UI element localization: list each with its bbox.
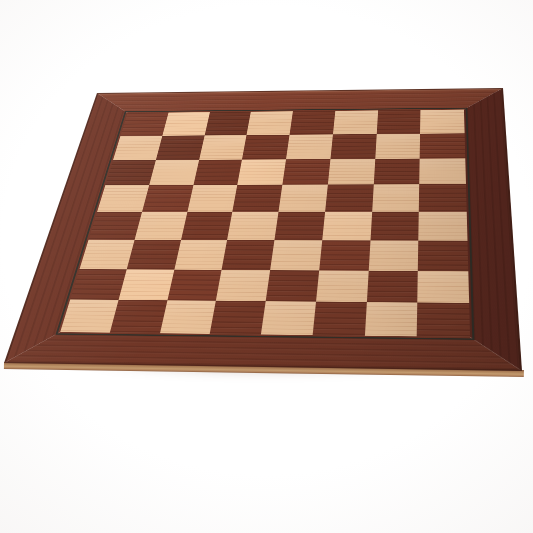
photo-background xyxy=(0,0,533,533)
square-a8[interactable] xyxy=(120,113,168,136)
square-d1[interactable] xyxy=(210,301,266,335)
square-g7[interactable] xyxy=(375,134,420,159)
square-f1[interactable] xyxy=(312,302,366,336)
square-h5[interactable] xyxy=(419,184,467,211)
square-d4[interactable] xyxy=(227,212,278,240)
square-f2[interactable] xyxy=(316,270,368,302)
square-e2[interactable] xyxy=(266,270,319,302)
square-b7[interactable] xyxy=(156,135,205,160)
square-c7[interactable] xyxy=(199,135,247,160)
square-a3[interactable] xyxy=(80,240,135,270)
square-g3[interactable] xyxy=(368,240,418,270)
square-e6[interactable] xyxy=(282,159,330,185)
square-a4[interactable] xyxy=(89,212,142,240)
square-f4[interactable] xyxy=(322,212,372,241)
square-h6[interactable] xyxy=(419,158,466,184)
square-c5[interactable] xyxy=(187,185,238,212)
square-a1[interactable] xyxy=(60,300,118,333)
square-a7[interactable] xyxy=(113,136,162,160)
square-a2[interactable] xyxy=(70,269,126,300)
chessboard xyxy=(4,88,522,371)
square-b5[interactable] xyxy=(142,185,193,212)
square-c3[interactable] xyxy=(174,240,227,270)
square-d3[interactable] xyxy=(222,240,275,270)
square-c6[interactable] xyxy=(193,159,242,185)
square-d8[interactable] xyxy=(247,111,293,135)
square-h3[interactable] xyxy=(418,240,468,271)
square-d2[interactable] xyxy=(216,270,270,302)
square-f8[interactable] xyxy=(333,110,378,134)
square-h2[interactable] xyxy=(418,271,470,303)
square-e5[interactable] xyxy=(279,185,328,212)
square-h1[interactable] xyxy=(417,303,470,337)
square-b6[interactable] xyxy=(149,160,199,186)
square-d5[interactable] xyxy=(233,185,283,212)
square-c2[interactable] xyxy=(167,269,222,301)
playing-field xyxy=(60,110,470,338)
square-c1[interactable] xyxy=(160,300,217,333)
square-h8[interactable] xyxy=(420,110,464,134)
square-e7[interactable] xyxy=(286,134,333,159)
square-e4[interactable] xyxy=(274,212,324,240)
square-a5[interactable] xyxy=(97,185,149,212)
square-g4[interactable] xyxy=(370,212,419,241)
square-b3[interactable] xyxy=(127,240,181,270)
square-e1[interactable] xyxy=(261,301,316,335)
square-f6[interactable] xyxy=(328,159,375,185)
square-g1[interactable] xyxy=(364,302,417,336)
square-e3[interactable] xyxy=(270,240,322,270)
square-a6[interactable] xyxy=(105,160,155,185)
square-b8[interactable] xyxy=(162,112,209,136)
square-f5[interactable] xyxy=(325,185,373,212)
square-h7[interactable] xyxy=(420,133,465,158)
square-b2[interactable] xyxy=(118,269,174,300)
square-b4[interactable] xyxy=(134,212,187,240)
square-c8[interactable] xyxy=(204,112,251,136)
square-b1[interactable] xyxy=(110,300,167,333)
square-g8[interactable] xyxy=(376,110,420,134)
square-d6[interactable] xyxy=(237,159,286,185)
square-f3[interactable] xyxy=(319,240,370,270)
square-h4[interactable] xyxy=(419,212,468,241)
square-f7[interactable] xyxy=(330,134,376,159)
square-d7[interactable] xyxy=(242,135,289,160)
square-g6[interactable] xyxy=(373,158,420,184)
square-e8[interactable] xyxy=(290,111,336,135)
square-g5[interactable] xyxy=(372,184,420,211)
square-g2[interactable] xyxy=(366,270,418,302)
square-c4[interactable] xyxy=(181,212,233,240)
